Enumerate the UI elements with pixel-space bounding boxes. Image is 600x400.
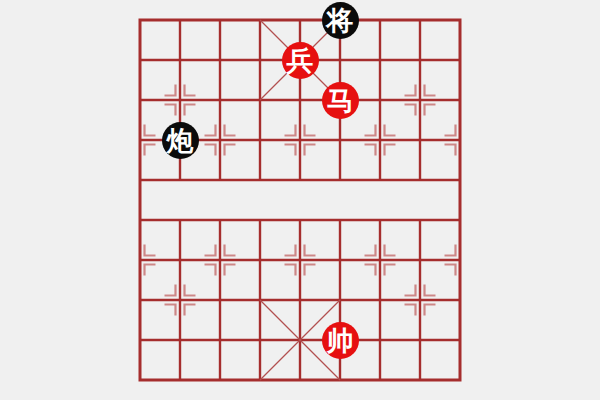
piece-red-soldier[interactable]: 兵 xyxy=(282,42,319,79)
piece-layer: 将兵马炮帅 xyxy=(120,0,480,400)
piece-red-horse[interactable]: 马 xyxy=(322,82,359,119)
piece-black-general[interactable]: 将 xyxy=(322,2,359,39)
piece-black-cannon[interactable]: 炮 xyxy=(162,122,199,159)
piece-red-general[interactable]: 帅 xyxy=(322,322,359,359)
xiangqi-board: 将兵马炮帅 xyxy=(0,0,600,400)
